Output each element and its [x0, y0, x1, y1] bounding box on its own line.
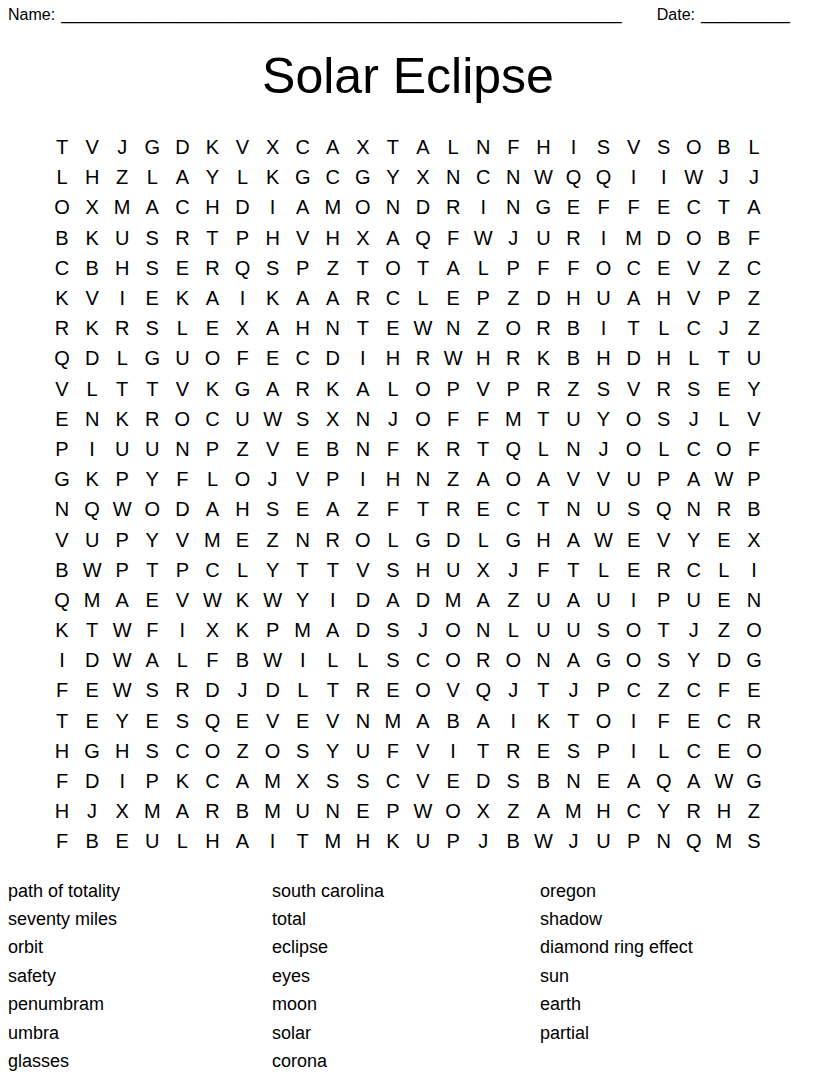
grid-cell-r14-c19[interactable]: W: [589, 524, 619, 554]
grid-cell-r9-c5[interactable]: V: [167, 374, 197, 404]
grid-cell-r5-c19[interactable]: O: [589, 253, 619, 283]
grid-cell-r6-c5[interactable]: K: [167, 283, 197, 313]
grid-cell-r15-c11[interactable]: V: [348, 555, 378, 585]
grid-cell-r5-c20[interactable]: C: [619, 253, 649, 283]
grid-cell-r16-c7[interactable]: K: [228, 585, 258, 615]
grid-cell-r3-c10[interactable]: M: [318, 192, 348, 222]
grid-cell-r11-c1[interactable]: P: [47, 434, 77, 464]
grid-cell-r4-c16[interactable]: J: [498, 223, 528, 253]
grid-cell-r20-c24[interactable]: R: [739, 706, 769, 736]
grid-cell-r16-c15[interactable]: A: [468, 585, 498, 615]
grid-cell-r21-c20[interactable]: I: [619, 736, 649, 766]
grid-cell-r13-c2[interactable]: Q: [77, 494, 107, 524]
grid-cell-r2-c6[interactable]: Y: [197, 162, 227, 192]
grid-cell-r1-c23[interactable]: B: [709, 132, 739, 162]
grid-cell-r2-c4[interactable]: L: [137, 162, 167, 192]
grid-cell-r8-c7[interactable]: F: [228, 343, 258, 373]
grid-cell-r6-c22[interactable]: V: [679, 283, 709, 313]
grid-cell-r9-c1[interactable]: V: [47, 374, 77, 404]
grid-cell-r4-c23[interactable]: B: [709, 223, 739, 253]
grid-cell-r23-c8[interactable]: M: [258, 796, 288, 826]
grid-cell-r10-c15[interactable]: F: [468, 404, 498, 434]
grid-cell-r12-c1[interactable]: G: [47, 464, 77, 494]
grid-cell-r17-c5[interactable]: I: [167, 615, 197, 645]
grid-cell-r21-c23[interactable]: E: [709, 736, 739, 766]
grid-cell-r6-c24[interactable]: Z: [739, 283, 769, 313]
grid-cell-r20-c13[interactable]: A: [408, 706, 438, 736]
grid-cell-r9-c7[interactable]: G: [228, 374, 258, 404]
grid-cell-r14-c24[interactable]: X: [739, 524, 769, 554]
grid-cell-r22-c21[interactable]: Q: [649, 766, 679, 796]
grid-cell-r20-c8[interactable]: V: [258, 706, 288, 736]
grid-cell-r5-c11[interactable]: T: [348, 253, 378, 283]
grid-cell-r12-c24[interactable]: P: [739, 464, 769, 494]
grid-cell-r12-c2[interactable]: K: [77, 464, 107, 494]
grid-cell-r21-c15[interactable]: T: [468, 736, 498, 766]
grid-cell-r24-c21[interactable]: N: [649, 826, 679, 856]
grid-cell-r16-c13[interactable]: D: [408, 585, 438, 615]
grid-cell-r3-c4[interactable]: A: [137, 192, 167, 222]
grid-cell-r5-c23[interactable]: Z: [709, 253, 739, 283]
grid-cell-r3-c9[interactable]: A: [288, 192, 318, 222]
grid-cell-r23-c18[interactable]: M: [558, 796, 588, 826]
grid-cell-r12-c18[interactable]: V: [558, 464, 588, 494]
grid-cell-r23-c24[interactable]: Z: [739, 796, 769, 826]
grid-cell-r10-c19[interactable]: Y: [589, 404, 619, 434]
grid-cell-r1-c18[interactable]: I: [558, 132, 588, 162]
grid-cell-r7-c11[interactable]: T: [348, 313, 378, 343]
grid-cell-r10-c14[interactable]: F: [438, 404, 468, 434]
grid-cell-r11-c17[interactable]: L: [528, 434, 558, 464]
grid-cell-r22-c4[interactable]: P: [137, 766, 167, 796]
grid-cell-r1-c7[interactable]: V: [228, 132, 258, 162]
grid-cell-r24-c20[interactable]: P: [619, 826, 649, 856]
grid-cell-r22-c17[interactable]: B: [528, 766, 558, 796]
grid-cell-r7-c7[interactable]: X: [228, 313, 258, 343]
grid-cell-r23-c13[interactable]: W: [408, 796, 438, 826]
grid-cell-r21-c10[interactable]: Y: [318, 736, 348, 766]
grid-cell-r6-c3[interactable]: I: [107, 283, 137, 313]
grid-cell-r18-c22[interactable]: Y: [679, 645, 709, 675]
grid-cell-r10-c6[interactable]: C: [197, 404, 227, 434]
grid-cell-r5-c17[interactable]: F: [528, 253, 558, 283]
grid-cell-r11-c11[interactable]: N: [348, 434, 378, 464]
grid-cell-r12-c6[interactable]: L: [197, 464, 227, 494]
grid-cell-r4-c24[interactable]: F: [739, 223, 769, 253]
grid-cell-r11-c5[interactable]: N: [167, 434, 197, 464]
grid-cell-r22-c11[interactable]: S: [348, 766, 378, 796]
grid-cell-r10-c8[interactable]: W: [258, 404, 288, 434]
grid-cell-r15-c21[interactable]: R: [649, 555, 679, 585]
grid-cell-r11-c2[interactable]: I: [77, 434, 107, 464]
grid-cell-r6-c21[interactable]: H: [649, 283, 679, 313]
grid-cell-r18-c15[interactable]: R: [468, 645, 498, 675]
grid-cell-r18-c4[interactable]: A: [137, 645, 167, 675]
grid-cell-r23-c5[interactable]: A: [167, 796, 197, 826]
grid-cell-r8-c4[interactable]: G: [137, 343, 167, 373]
grid-cell-r5-c16[interactable]: P: [498, 253, 528, 283]
grid-cell-r10-c9[interactable]: S: [288, 404, 318, 434]
grid-cell-r21-c5[interactable]: C: [167, 736, 197, 766]
grid-cell-r21-c4[interactable]: S: [137, 736, 167, 766]
grid-cell-r16-c20[interactable]: I: [619, 585, 649, 615]
grid-cell-r21-c11[interactable]: U: [348, 736, 378, 766]
grid-cell-r10-c13[interactable]: O: [408, 404, 438, 434]
grid-cell-r22-c6[interactable]: C: [197, 766, 227, 796]
grid-cell-r16-c6[interactable]: W: [197, 585, 227, 615]
grid-cell-r24-c10[interactable]: M: [318, 826, 348, 856]
grid-cell-r1-c3[interactable]: J: [107, 132, 137, 162]
grid-cell-r9-c10[interactable]: K: [318, 374, 348, 404]
grid-cell-r15-c18[interactable]: T: [558, 555, 588, 585]
grid-cell-r1-c19[interactable]: S: [589, 132, 619, 162]
grid-cell-r16-c18[interactable]: A: [558, 585, 588, 615]
grid-cell-r5-c3[interactable]: H: [107, 253, 137, 283]
grid-cell-r9-c19[interactable]: S: [589, 374, 619, 404]
grid-cell-r12-c14[interactable]: Z: [438, 464, 468, 494]
grid-cell-r18-c17[interactable]: N: [528, 645, 558, 675]
grid-cell-r19-c17[interactable]: T: [528, 675, 558, 705]
grid-cell-r15-c9[interactable]: T: [288, 555, 318, 585]
grid-cell-r19-c3[interactable]: W: [107, 675, 137, 705]
grid-cell-r17-c17[interactable]: U: [528, 615, 558, 645]
grid-cell-r10-c18[interactable]: U: [558, 404, 588, 434]
grid-cell-r12-c20[interactable]: U: [619, 464, 649, 494]
grid-cell-r7-c24[interactable]: Z: [739, 313, 769, 343]
grid-cell-r15-c5[interactable]: P: [167, 555, 197, 585]
grid-cell-r2-c13[interactable]: X: [408, 162, 438, 192]
grid-cell-r6-c11[interactable]: R: [348, 283, 378, 313]
grid-cell-r18-c10[interactable]: L: [318, 645, 348, 675]
grid-cell-r7-c20[interactable]: T: [619, 313, 649, 343]
grid-cell-r13-c23[interactable]: R: [709, 494, 739, 524]
grid-cell-r1-c10[interactable]: A: [318, 132, 348, 162]
grid-cell-r3-c16[interactable]: N: [498, 192, 528, 222]
grid-cell-r6-c15[interactable]: P: [468, 283, 498, 313]
grid-cell-r21-c13[interactable]: V: [408, 736, 438, 766]
grid-cell-r5-c14[interactable]: A: [438, 253, 468, 283]
grid-cell-r18-c18[interactable]: A: [558, 645, 588, 675]
grid-cell-r12-c7[interactable]: O: [228, 464, 258, 494]
grid-cell-r22-c12[interactable]: C: [378, 766, 408, 796]
grid-cell-r10-c11[interactable]: N: [348, 404, 378, 434]
grid-cell-r13-c7[interactable]: H: [228, 494, 258, 524]
grid-cell-r4-c14[interactable]: F: [438, 223, 468, 253]
grid-cell-r17-c10[interactable]: A: [318, 615, 348, 645]
grid-cell-r5-c9[interactable]: P: [288, 253, 318, 283]
grid-cell-r21-c21[interactable]: L: [649, 736, 679, 766]
grid-cell-r23-c6[interactable]: R: [197, 796, 227, 826]
grid-cell-r9-c11[interactable]: A: [348, 374, 378, 404]
grid-cell-r3-c18[interactable]: E: [558, 192, 588, 222]
grid-cell-r10-c3[interactable]: K: [107, 404, 137, 434]
grid-cell-r17-c16[interactable]: L: [498, 615, 528, 645]
grid-cell-r24-c11[interactable]: H: [348, 826, 378, 856]
grid-cell-r3-c8[interactable]: I: [258, 192, 288, 222]
grid-cell-r20-c16[interactable]: I: [498, 706, 528, 736]
grid-cell-r8-c18[interactable]: B: [558, 343, 588, 373]
grid-cell-r1-c22[interactable]: O: [679, 132, 709, 162]
grid-cell-r11-c20[interactable]: O: [619, 434, 649, 464]
grid-cell-r17-c12[interactable]: S: [378, 615, 408, 645]
grid-cell-r16-c2[interactable]: M: [77, 585, 107, 615]
grid-cell-r18-c6[interactable]: F: [197, 645, 227, 675]
grid-cell-r8-c14[interactable]: W: [438, 343, 468, 373]
grid-cell-r18-c2[interactable]: D: [77, 645, 107, 675]
grid-cell-r19-c1[interactable]: F: [47, 675, 77, 705]
grid-cell-r24-c5[interactable]: L: [167, 826, 197, 856]
grid-cell-r23-c17[interactable]: A: [528, 796, 558, 826]
grid-cell-r20-c4[interactable]: E: [137, 706, 167, 736]
grid-cell-r14-c18[interactable]: A: [558, 524, 588, 554]
grid-cell-r5-c1[interactable]: C: [47, 253, 77, 283]
grid-cell-r5-c15[interactable]: L: [468, 253, 498, 283]
grid-cell-r7-c22[interactable]: C: [679, 313, 709, 343]
grid-cell-r4-c11[interactable]: X: [348, 223, 378, 253]
grid-cell-r17-c11[interactable]: D: [348, 615, 378, 645]
grid-cell-r21-c24[interactable]: O: [739, 736, 769, 766]
grid-cell-r2-c16[interactable]: N: [498, 162, 528, 192]
grid-cell-r17-c2[interactable]: T: [77, 615, 107, 645]
grid-cell-r7-c14[interactable]: N: [438, 313, 468, 343]
grid-cell-r7-c23[interactable]: J: [709, 313, 739, 343]
grid-cell-r21-c1[interactable]: H: [47, 736, 77, 766]
grid-cell-r19-c11[interactable]: R: [348, 675, 378, 705]
grid-cell-r6-c23[interactable]: P: [709, 283, 739, 313]
grid-cell-r22-c7[interactable]: A: [228, 766, 258, 796]
grid-cell-r3-c11[interactable]: O: [348, 192, 378, 222]
grid-cell-r15-c12[interactable]: S: [378, 555, 408, 585]
grid-cell-r7-c6[interactable]: E: [197, 313, 227, 343]
grid-cell-r20-c11[interactable]: N: [348, 706, 378, 736]
grid-cell-r20-c17[interactable]: K: [528, 706, 558, 736]
grid-cell-r20-c2[interactable]: E: [77, 706, 107, 736]
grid-cell-r1-c16[interactable]: F: [498, 132, 528, 162]
grid-cell-r5-c24[interactable]: C: [739, 253, 769, 283]
grid-cell-r2-c23[interactable]: J: [709, 162, 739, 192]
grid-cell-r22-c10[interactable]: S: [318, 766, 348, 796]
grid-cell-r19-c14[interactable]: V: [438, 675, 468, 705]
grid-cell-r8-c1[interactable]: Q: [47, 343, 77, 373]
grid-cell-r20-c9[interactable]: E: [288, 706, 318, 736]
grid-cell-r10-c5[interactable]: O: [167, 404, 197, 434]
grid-cell-r8-c16[interactable]: R: [498, 343, 528, 373]
grid-cell-r14-c10[interactable]: R: [318, 524, 348, 554]
grid-cell-r12-c16[interactable]: O: [498, 464, 528, 494]
grid-cell-r5-c22[interactable]: V: [679, 253, 709, 283]
grid-cell-r8-c2[interactable]: D: [77, 343, 107, 373]
grid-cell-r22-c18[interactable]: N: [558, 766, 588, 796]
grid-cell-r24-c23[interactable]: M: [709, 826, 739, 856]
grid-cell-r23-c20[interactable]: C: [619, 796, 649, 826]
grid-cell-r3-c20[interactable]: F: [619, 192, 649, 222]
grid-cell-r2-c15[interactable]: C: [468, 162, 498, 192]
grid-cell-r21-c3[interactable]: H: [107, 736, 137, 766]
grid-cell-r7-c4[interactable]: S: [137, 313, 167, 343]
grid-cell-r10-c17[interactable]: T: [528, 404, 558, 434]
grid-cell-r16-c19[interactable]: U: [589, 585, 619, 615]
grid-cell-r17-c19[interactable]: S: [589, 615, 619, 645]
grid-cell-r19-c18[interactable]: J: [558, 675, 588, 705]
grid-cell-r6-c16[interactable]: Z: [498, 283, 528, 313]
grid-cell-r19-c12[interactable]: E: [378, 675, 408, 705]
grid-cell-r5-c10[interactable]: Z: [318, 253, 348, 283]
grid-cell-r4-c8[interactable]: H: [258, 223, 288, 253]
grid-cell-r4-c10[interactable]: H: [318, 223, 348, 253]
grid-cell-r11-c22[interactable]: C: [679, 434, 709, 464]
grid-cell-r14-c12[interactable]: L: [378, 524, 408, 554]
grid-cell-r21-c8[interactable]: O: [258, 736, 288, 766]
grid-cell-r11-c8[interactable]: V: [258, 434, 288, 464]
grid-cell-r15-c15[interactable]: X: [468, 555, 498, 585]
grid-cell-r18-c24[interactable]: G: [739, 645, 769, 675]
grid-cell-r14-c21[interactable]: V: [649, 524, 679, 554]
grid-cell-r19-c5[interactable]: R: [167, 675, 197, 705]
grid-cell-r21-c16[interactable]: R: [498, 736, 528, 766]
grid-cell-r9-c20[interactable]: V: [619, 374, 649, 404]
grid-cell-r16-c17[interactable]: U: [528, 585, 558, 615]
grid-cell-r13-c3[interactable]: W: [107, 494, 137, 524]
grid-cell-r21-c17[interactable]: E: [528, 736, 558, 766]
grid-cell-r21-c6[interactable]: O: [197, 736, 227, 766]
grid-cell-r20-c18[interactable]: T: [558, 706, 588, 736]
grid-cell-r1-c1[interactable]: T: [47, 132, 77, 162]
grid-cell-r9-c8[interactable]: A: [258, 374, 288, 404]
grid-cell-r24-c3[interactable]: E: [107, 826, 137, 856]
grid-cell-r13-c15[interactable]: E: [468, 494, 498, 524]
grid-cell-r10-c7[interactable]: U: [228, 404, 258, 434]
grid-cell-r17-c18[interactable]: U: [558, 615, 588, 645]
grid-cell-r10-c23[interactable]: L: [709, 404, 739, 434]
grid-cell-r7-c15[interactable]: Z: [468, 313, 498, 343]
grid-cell-r15-c20[interactable]: E: [619, 555, 649, 585]
grid-cell-r15-c13[interactable]: H: [408, 555, 438, 585]
grid-cell-r2-c5[interactable]: A: [167, 162, 197, 192]
grid-cell-r6-c8[interactable]: K: [258, 283, 288, 313]
grid-cell-r24-c12[interactable]: K: [378, 826, 408, 856]
grid-cell-r14-c3[interactable]: P: [107, 524, 137, 554]
grid-cell-r13-c4[interactable]: O: [137, 494, 167, 524]
grid-cell-r4-c17[interactable]: U: [528, 223, 558, 253]
grid-cell-r19-c20[interactable]: C: [619, 675, 649, 705]
grid-cell-r22-c2[interactable]: D: [77, 766, 107, 796]
grid-cell-r7-c13[interactable]: W: [408, 313, 438, 343]
grid-cell-r14-c14[interactable]: D: [438, 524, 468, 554]
grid-cell-r9-c13[interactable]: O: [408, 374, 438, 404]
grid-cell-r6-c20[interactable]: A: [619, 283, 649, 313]
grid-cell-r1-c2[interactable]: V: [77, 132, 107, 162]
grid-cell-r8-c5[interactable]: U: [167, 343, 197, 373]
grid-cell-r17-c21[interactable]: T: [649, 615, 679, 645]
grid-cell-r24-c4[interactable]: U: [137, 826, 167, 856]
grid-cell-r18-c12[interactable]: S: [378, 645, 408, 675]
grid-cell-r11-c24[interactable]: F: [739, 434, 769, 464]
grid-cell-r13-c24[interactable]: B: [739, 494, 769, 524]
grid-cell-r2-c14[interactable]: N: [438, 162, 468, 192]
grid-cell-r23-c7[interactable]: B: [228, 796, 258, 826]
grid-cell-r24-c17[interactable]: W: [528, 826, 558, 856]
grid-cell-r10-c20[interactable]: O: [619, 404, 649, 434]
grid-cell-r4-c4[interactable]: S: [137, 223, 167, 253]
grid-cell-r21-c7[interactable]: Z: [228, 736, 258, 766]
grid-cell-r23-c3[interactable]: X: [107, 796, 137, 826]
grid-cell-r3-c2[interactable]: X: [77, 192, 107, 222]
grid-cell-r21-c14[interactable]: I: [438, 736, 468, 766]
grid-cell-r3-c24[interactable]: A: [739, 192, 769, 222]
grid-cell-r3-c21[interactable]: E: [649, 192, 679, 222]
grid-cell-r5-c6[interactable]: R: [197, 253, 227, 283]
grid-cell-r16-c24[interactable]: N: [739, 585, 769, 615]
grid-cell-r3-c14[interactable]: R: [438, 192, 468, 222]
grid-cell-r10-c22[interactable]: J: [679, 404, 709, 434]
grid-cell-r20-c19[interactable]: O: [589, 706, 619, 736]
grid-cell-r24-c18[interactable]: J: [558, 826, 588, 856]
grid-cell-r7-c19[interactable]: I: [589, 313, 619, 343]
grid-cell-r23-c9[interactable]: U: [288, 796, 318, 826]
grid-cell-r17-c1[interactable]: K: [47, 615, 77, 645]
grid-cell-r8-c11[interactable]: I: [348, 343, 378, 373]
grid-cell-r2-c21[interactable]: I: [649, 162, 679, 192]
grid-cell-r9-c14[interactable]: P: [438, 374, 468, 404]
grid-cell-r10-c24[interactable]: V: [739, 404, 769, 434]
grid-cell-r11-c23[interactable]: O: [709, 434, 739, 464]
grid-cell-r13-c21[interactable]: Q: [649, 494, 679, 524]
grid-cell-r19-c13[interactable]: O: [408, 675, 438, 705]
grid-cell-r22-c20[interactable]: A: [619, 766, 649, 796]
grid-cell-r23-c12[interactable]: P: [378, 796, 408, 826]
grid-cell-r7-c5[interactable]: L: [167, 313, 197, 343]
grid-cell-r14-c17[interactable]: H: [528, 524, 558, 554]
date-blank-line[interactable]: __________: [701, 6, 790, 24]
grid-cell-r12-c5[interactable]: F: [167, 464, 197, 494]
grid-cell-r1-c15[interactable]: N: [468, 132, 498, 162]
grid-cell-r6-c9[interactable]: A: [288, 283, 318, 313]
grid-cell-r23-c1[interactable]: H: [47, 796, 77, 826]
grid-cell-r2-c8[interactable]: K: [258, 162, 288, 192]
grid-cell-r17-c3[interactable]: W: [107, 615, 137, 645]
grid-cell-r14-c7[interactable]: E: [228, 524, 258, 554]
grid-cell-r15-c7[interactable]: L: [228, 555, 258, 585]
grid-cell-r13-c13[interactable]: T: [408, 494, 438, 524]
grid-cell-r12-c4[interactable]: Y: [137, 464, 167, 494]
grid-cell-r18-c8[interactable]: W: [258, 645, 288, 675]
grid-cell-r10-c12[interactable]: J: [378, 404, 408, 434]
grid-cell-r15-c6[interactable]: C: [197, 555, 227, 585]
grid-cell-r3-c7[interactable]: D: [228, 192, 258, 222]
grid-cell-r19-c4[interactable]: S: [137, 675, 167, 705]
grid-cell-r3-c19[interactable]: F: [589, 192, 619, 222]
grid-cell-r23-c11[interactable]: E: [348, 796, 378, 826]
grid-cell-r13-c1[interactable]: N: [47, 494, 77, 524]
grid-cell-r7-c21[interactable]: L: [649, 313, 679, 343]
grid-cell-r18-c19[interactable]: G: [589, 645, 619, 675]
grid-cell-r24-c2[interactable]: B: [77, 826, 107, 856]
grid-cell-r11-c18[interactable]: N: [558, 434, 588, 464]
grid-cell-r16-c16[interactable]: Z: [498, 585, 528, 615]
grid-cell-r16-c23[interactable]: E: [709, 585, 739, 615]
grid-cell-r23-c19[interactable]: H: [589, 796, 619, 826]
grid-cell-r4-c3[interactable]: U: [107, 223, 137, 253]
grid-cell-r20-c14[interactable]: B: [438, 706, 468, 736]
grid-cell-r4-c15[interactable]: W: [468, 223, 498, 253]
grid-cell-r13-c22[interactable]: N: [679, 494, 709, 524]
grid-cell-r3-c22[interactable]: C: [679, 192, 709, 222]
grid-cell-r6-c6[interactable]: A: [197, 283, 227, 313]
grid-cell-r10-c4[interactable]: R: [137, 404, 167, 434]
grid-cell-r21-c2[interactable]: G: [77, 736, 107, 766]
grid-cell-r4-c18[interactable]: R: [558, 223, 588, 253]
grid-cell-r9-c22[interactable]: S: [679, 374, 709, 404]
